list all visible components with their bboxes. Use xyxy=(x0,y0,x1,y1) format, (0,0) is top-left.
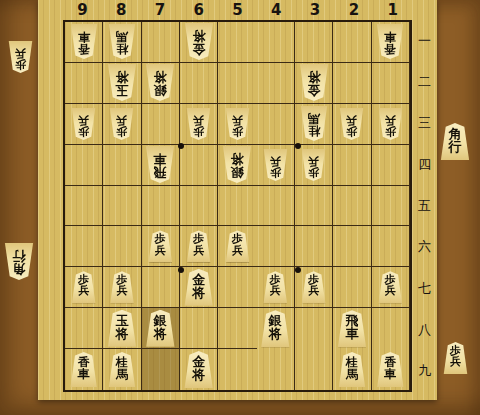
square-39[interactable] xyxy=(295,349,333,390)
file-labels: 987654321 xyxy=(63,0,412,20)
square-37[interactable]: 歩兵 xyxy=(295,267,333,308)
koma-kanji: 金 xyxy=(192,43,205,56)
koma-kanji: 銀 xyxy=(269,314,282,327)
square-19[interactable]: 香車 xyxy=(372,349,410,390)
square-62[interactable] xyxy=(180,63,218,104)
koma-kanji: 馬 xyxy=(116,31,128,43)
square-75[interactable] xyxy=(142,186,180,227)
sente-gold[interactable]: 金将 xyxy=(184,351,214,388)
square-35[interactable] xyxy=(295,186,333,227)
square-48[interactable]: 銀将 xyxy=(257,308,295,349)
sente-hand-bishop[interactable]: 角行 xyxy=(440,123,470,160)
koma-kanji: 銀 xyxy=(231,166,244,179)
gote-silver[interactable]: 銀将 xyxy=(145,64,175,101)
koma-kanji: 兵 xyxy=(232,114,243,125)
koma-kanji: 馬 xyxy=(116,368,128,380)
square-85[interactable] xyxy=(103,186,141,227)
square-69[interactable]: 金将 xyxy=(180,349,218,390)
square-28[interactable]: 飛車 xyxy=(333,308,371,349)
koma-kanji: 兵 xyxy=(270,285,281,296)
square-99[interactable]: 香車 xyxy=(65,349,103,390)
rank-labels: 一二三四五六七八九 xyxy=(412,20,437,392)
square-88[interactable]: 玉将 xyxy=(103,308,141,349)
gote-pawn[interactable]: 歩兵 xyxy=(339,108,364,140)
gote-pawn[interactable]: 歩兵 xyxy=(225,108,250,140)
sente-pawn[interactable]: 歩兵 xyxy=(148,230,173,262)
koma-kanji: 車 xyxy=(154,153,167,166)
square-59[interactable] xyxy=(218,349,256,390)
square-61[interactable]: 金将 xyxy=(180,22,218,63)
rank-label: 三 xyxy=(412,103,437,144)
koma-kanji: 香 xyxy=(78,43,90,55)
koma-kanji: 金 xyxy=(192,355,205,368)
square-34[interactable]: 歩兵 xyxy=(295,145,333,186)
file-label: 7 xyxy=(141,0,180,20)
koma-kanji: 兵 xyxy=(15,48,26,59)
square-47[interactable]: 歩兵 xyxy=(257,267,295,308)
koma-kanji: 歩 xyxy=(270,166,281,177)
square-55[interactable] xyxy=(218,186,256,227)
koma-kanji: 車 xyxy=(384,368,396,380)
sente-gold[interactable]: 金将 xyxy=(184,269,214,306)
square-84[interactable] xyxy=(103,145,141,186)
koma-kanji: 将 xyxy=(192,286,205,299)
gote-king[interactable]: 玉将 xyxy=(107,64,137,101)
koma-kanji: 兵 xyxy=(385,114,396,125)
file-label: 2 xyxy=(334,0,373,20)
koma-kanji: 歩 xyxy=(232,125,243,136)
square-79[interactable] xyxy=(142,349,180,390)
square-77[interactable] xyxy=(142,267,180,308)
board-panel: 987654321 一二三四五六七八九 香車桂馬金将香車玉将銀将金将歩兵歩兵歩兵… xyxy=(38,0,437,400)
koma-kanji: 角 xyxy=(13,263,26,276)
gote-gold[interactable]: 金将 xyxy=(299,64,329,101)
file-label: 5 xyxy=(218,0,257,20)
koma-kanji: 兵 xyxy=(78,285,89,296)
gote-lance[interactable]: 香車 xyxy=(70,24,98,59)
rank-label: 五 xyxy=(412,185,437,226)
koma-kanji: 行 xyxy=(13,250,26,263)
rank-label: 六 xyxy=(412,227,437,268)
file-label: 9 xyxy=(63,0,102,20)
rank-label: 一 xyxy=(412,20,437,61)
koma-kanji: 兵 xyxy=(270,155,281,166)
gote-knight[interactable]: 桂馬 xyxy=(300,106,328,141)
koma-kanji: 歩 xyxy=(116,125,127,136)
sente-knight[interactable]: 桂馬 xyxy=(108,352,136,387)
square-83[interactable]: 歩兵 xyxy=(103,104,141,145)
square-25[interactable] xyxy=(333,186,371,227)
koma-kanji: 銀 xyxy=(154,314,167,327)
koma-kanji: 兵 xyxy=(78,114,89,125)
square-32[interactable]: 金将 xyxy=(295,63,333,104)
square-17[interactable]: 歩兵 xyxy=(372,267,410,308)
koma-kanji: 金 xyxy=(192,273,205,286)
gote-rook[interactable]: 飛車 xyxy=(145,146,175,183)
square-13[interactable]: 歩兵 xyxy=(372,104,410,145)
shogi-diagram: 987654321 一二三四五六七八九 香車桂馬金将香車玉将銀将金将歩兵歩兵歩兵… xyxy=(0,0,480,415)
sente-pawn[interactable]: 歩兵 xyxy=(71,271,96,303)
gote-knight[interactable]: 桂馬 xyxy=(108,24,136,59)
koma-kanji: 将 xyxy=(307,71,320,84)
koma-kanji: 歩 xyxy=(78,125,89,136)
rank-label: 七 xyxy=(412,268,437,309)
rank-label: 二 xyxy=(412,61,437,102)
square-36[interactable] xyxy=(295,226,333,267)
star-point xyxy=(295,267,301,273)
sente-lance[interactable]: 香車 xyxy=(376,352,404,387)
koma-kanji: 桂 xyxy=(116,43,128,55)
sente-pawn[interactable]: 歩兵 xyxy=(109,271,134,303)
file-label: 3 xyxy=(296,0,335,20)
square-24[interactable] xyxy=(333,145,371,186)
square-23[interactable]: 歩兵 xyxy=(333,104,371,145)
square-33[interactable]: 桂馬 xyxy=(295,104,333,145)
gote-pawn[interactable]: 歩兵 xyxy=(186,108,211,140)
koma-kanji: 馬 xyxy=(346,368,358,380)
koma-kanji: 香 xyxy=(384,43,396,55)
square-31[interactable] xyxy=(295,22,333,63)
square-15[interactable] xyxy=(372,186,410,227)
koma-kanji: 飛 xyxy=(154,166,167,179)
square-76[interactable]: 歩兵 xyxy=(142,226,180,267)
koma-kanji: 将 xyxy=(154,327,167,340)
koma-kanji: 玉 xyxy=(115,84,128,97)
square-96[interactable] xyxy=(65,226,103,267)
square-94[interactable] xyxy=(65,145,103,186)
square-14[interactable] xyxy=(372,145,410,186)
square-56[interactable]: 歩兵 xyxy=(218,226,256,267)
sente-pawn[interactable]: 歩兵 xyxy=(186,230,211,262)
koma-kanji: 車 xyxy=(345,327,358,340)
square-68[interactable] xyxy=(180,308,218,349)
square-45[interactable] xyxy=(257,186,295,227)
square-92[interactable] xyxy=(65,63,103,104)
square-54[interactable]: 銀将 xyxy=(218,145,256,186)
sente-pawn[interactable]: 歩兵 xyxy=(301,271,326,303)
koma-kanji: 歩 xyxy=(232,233,243,244)
square-98[interactable] xyxy=(65,308,103,349)
sente-hand-pawn[interactable]: 歩兵 xyxy=(443,342,468,374)
koma-kanji: 兵 xyxy=(450,356,461,367)
koma-kanji: 歩 xyxy=(15,59,26,70)
file-label: 8 xyxy=(102,0,141,20)
square-57[interactable] xyxy=(218,267,256,308)
koma-kanji: 飛 xyxy=(345,314,358,327)
square-22[interactable] xyxy=(333,63,371,104)
square-49[interactable] xyxy=(257,349,295,390)
star-point xyxy=(295,143,301,149)
square-12[interactable] xyxy=(372,63,410,104)
star-point xyxy=(178,143,184,149)
koma-kanji: 将 xyxy=(115,71,128,84)
square-93[interactable]: 歩兵 xyxy=(65,104,103,145)
sente-pawn[interactable]: 歩兵 xyxy=(263,271,288,303)
file-label: 6 xyxy=(179,0,218,20)
koma-kanji: 兵 xyxy=(155,245,166,256)
koma-kanji: 兵 xyxy=(116,285,127,296)
koma-kanji: 歩 xyxy=(193,125,204,136)
koma-kanji: 車 xyxy=(384,31,396,43)
star-point xyxy=(178,267,184,273)
sente-silver[interactable]: 銀将 xyxy=(260,310,290,347)
koma-kanji: 馬 xyxy=(308,113,320,125)
rank-label: 四 xyxy=(412,144,437,185)
rank-label: 八 xyxy=(412,309,437,350)
koma-kanji: 兵 xyxy=(308,285,319,296)
sente-pawn[interactable]: 歩兵 xyxy=(225,230,250,262)
sente-king[interactable]: 玉将 xyxy=(107,310,137,347)
square-51[interactable] xyxy=(218,22,256,63)
square-41[interactable] xyxy=(257,22,295,63)
square-71[interactable] xyxy=(142,22,180,63)
koma-kanji: 将 xyxy=(269,327,282,340)
square-16[interactable] xyxy=(372,226,410,267)
koma-kanji: 兵 xyxy=(193,114,204,125)
file-label: 1 xyxy=(373,0,412,20)
koma-kanji: 車 xyxy=(78,368,90,380)
koma-kanji: 金 xyxy=(307,84,320,97)
square-72[interactable]: 銀将 xyxy=(142,63,180,104)
square-97[interactable]: 歩兵 xyxy=(65,267,103,308)
square-67[interactable]: 金将 xyxy=(180,267,218,308)
rank-label: 九 xyxy=(412,351,437,392)
square-58[interactable] xyxy=(218,308,256,349)
square-18[interactable] xyxy=(372,308,410,349)
koma-kanji: 歩 xyxy=(385,125,396,136)
gote-lance[interactable]: 香車 xyxy=(376,24,404,59)
gote-pawn[interactable]: 歩兵 xyxy=(378,108,403,140)
square-43[interactable] xyxy=(257,104,295,145)
gote-hand-pawn[interactable]: 歩兵 xyxy=(8,41,33,73)
koma-kanji: 玉 xyxy=(115,314,128,327)
koma-kanji: 歩 xyxy=(346,125,357,136)
koma-kanji: 行 xyxy=(449,140,462,153)
square-95[interactable] xyxy=(65,186,103,227)
gote-pawn[interactable]: 歩兵 xyxy=(301,149,326,181)
gote-gold[interactable]: 金将 xyxy=(184,23,214,60)
square-27[interactable] xyxy=(333,267,371,308)
gote-pawn[interactable]: 歩兵 xyxy=(71,108,96,140)
square-11[interactable]: 香車 xyxy=(372,22,410,63)
koma-kanji: 将 xyxy=(231,153,244,166)
koma-kanji: 兵 xyxy=(193,245,204,256)
koma-kanji: 兵 xyxy=(346,114,357,125)
koma-kanji: 歩 xyxy=(193,233,204,244)
koma-kanji: 兵 xyxy=(385,285,396,296)
square-46[interactable] xyxy=(257,226,295,267)
gote-silver[interactable]: 銀将 xyxy=(222,146,252,183)
square-53[interactable]: 歩兵 xyxy=(218,104,256,145)
square-65[interactable] xyxy=(180,186,218,227)
square-26[interactable] xyxy=(333,226,371,267)
sente-lance[interactable]: 香車 xyxy=(70,352,98,387)
square-42[interactable] xyxy=(257,63,295,104)
square-29[interactable]: 桂馬 xyxy=(333,349,371,390)
sente-knight[interactable]: 桂馬 xyxy=(338,352,366,387)
square-86[interactable] xyxy=(103,226,141,267)
file-label: 4 xyxy=(257,0,296,20)
koma-kanji: 将 xyxy=(154,71,167,84)
square-64[interactable] xyxy=(180,145,218,186)
square-73[interactable] xyxy=(142,104,180,145)
square-91[interactable]: 香車 xyxy=(65,22,103,63)
gote-pawn[interactable]: 歩兵 xyxy=(263,149,288,181)
koma-kanji: 車 xyxy=(78,31,90,43)
square-82[interactable]: 玉将 xyxy=(103,63,141,104)
square-38[interactable] xyxy=(295,308,333,349)
koma-kanji: 将 xyxy=(115,327,128,340)
koma-kanji: 角 xyxy=(449,127,462,140)
koma-kanji: 銀 xyxy=(154,84,167,97)
sente-rook[interactable]: 飛車 xyxy=(337,310,367,347)
koma-kanji: 歩 xyxy=(155,233,166,244)
koma-kanji: 桂 xyxy=(308,125,320,137)
koma-kanji: 歩 xyxy=(308,166,319,177)
gote-hand-bishop[interactable]: 角行 xyxy=(4,243,34,280)
square-52[interactable] xyxy=(218,63,256,104)
gote-pawn[interactable]: 歩兵 xyxy=(109,108,134,140)
square-21[interactable] xyxy=(333,22,371,63)
square-87[interactable]: 歩兵 xyxy=(103,267,141,308)
square-81[interactable]: 桂馬 xyxy=(103,22,141,63)
koma-kanji: 兵 xyxy=(116,114,127,125)
koma-kanji: 兵 xyxy=(232,245,243,256)
square-89[interactable]: 桂馬 xyxy=(103,349,141,390)
square-74[interactable]: 飛車 xyxy=(142,145,180,186)
board-grid: 香車桂馬金将香車玉将銀将金将歩兵歩兵歩兵歩兵桂馬歩兵歩兵飛車銀将歩兵歩兵歩兵歩兵… xyxy=(63,20,412,392)
sente-pawn[interactable]: 歩兵 xyxy=(378,271,403,303)
koma-kanji: 将 xyxy=(192,30,205,43)
square-44[interactable]: 歩兵 xyxy=(257,145,295,186)
koma-kanji: 将 xyxy=(192,368,205,381)
koma-kanji: 兵 xyxy=(308,155,319,166)
square-63[interactable]: 歩兵 xyxy=(180,104,218,145)
square-66[interactable]: 歩兵 xyxy=(180,226,218,267)
square-78[interactable]: 銀将 xyxy=(142,308,180,349)
sente-silver[interactable]: 銀将 xyxy=(145,310,175,347)
